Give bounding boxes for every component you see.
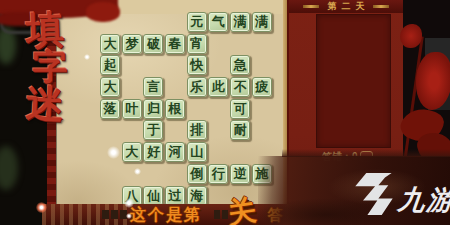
letter-tile[interactable]: 耐 xyxy=(230,120,250,140)
background-foliage-blob xyxy=(0,146,18,190)
letter-tile[interactable]: 满 xyxy=(252,12,272,32)
letter-tile[interactable]: 海 xyxy=(187,186,207,206)
letter-tile[interactable]: 宵 xyxy=(187,34,207,54)
sparkle xyxy=(134,168,141,175)
letter-tile[interactable]: 乐 xyxy=(187,77,207,97)
letter-tile[interactable]: 急 xyxy=(230,55,250,75)
game-screenshot: 填 字 迷 元气满满大梦破春宵起快急大言乐此不疲落叶归根可于排耐大好河山倒行逆施… xyxy=(0,0,450,225)
small-caption-glyphs xyxy=(214,210,220,219)
letter-tile[interactable]: 言 xyxy=(143,77,163,97)
small-caption-glyphs xyxy=(102,210,109,219)
letter-tile[interactable]: 过 xyxy=(165,186,185,206)
header-ornament-left xyxy=(303,5,319,8)
rose-flower-decoration xyxy=(416,52,450,110)
sparkle xyxy=(124,198,134,208)
letter-tile[interactable]: 破 xyxy=(143,34,163,54)
letter-tile[interactable]: 不 xyxy=(230,77,250,97)
letter-tile[interactable]: 落 xyxy=(100,99,120,119)
day-header: 第二天 xyxy=(289,0,403,13)
game-title-vertical: 填 字 迷 xyxy=(20,12,70,124)
letter-tile[interactable]: 快 xyxy=(187,55,207,75)
caption-lead-text: 这个是第 xyxy=(130,205,202,225)
letter-tile[interactable]: 排 xyxy=(187,120,207,140)
letter-tile[interactable]: 满 xyxy=(230,12,250,32)
jiuyou-9-logo-icon xyxy=(352,172,396,216)
letter-tile[interactable]: 河 xyxy=(165,142,185,162)
sparkle xyxy=(36,202,47,213)
letter-tile[interactable]: 元 xyxy=(187,12,207,32)
sparkle xyxy=(126,213,132,219)
letter-tile[interactable]: 大 xyxy=(122,142,142,162)
letter-tile[interactable]: 疲 xyxy=(252,77,272,97)
letter-tile[interactable]: 山 xyxy=(187,142,207,162)
title-char: 字 xyxy=(27,51,73,85)
letter-tile[interactable]: 大 xyxy=(100,34,120,54)
rose-bud-decoration xyxy=(400,24,422,48)
letter-tile[interactable]: 梦 xyxy=(122,34,142,54)
letter-tile[interactable]: 归 xyxy=(143,99,163,119)
answer-list-area xyxy=(316,14,391,148)
header-ornament-right xyxy=(373,5,389,8)
day-label: 第二天 xyxy=(323,0,370,13)
letter-tile[interactable]: 起 xyxy=(100,55,120,75)
sparkle xyxy=(84,54,90,60)
letter-tile[interactable]: 好 xyxy=(143,142,163,162)
letter-tile[interactable]: 此 xyxy=(208,77,228,97)
letter-tile[interactable]: 仙 xyxy=(143,186,163,206)
letter-tile[interactable]: 于 xyxy=(143,120,163,140)
title-char: 填 xyxy=(19,11,70,50)
letter-tile[interactable]: 可 xyxy=(230,99,250,119)
letter-tile[interactable]: 叶 xyxy=(122,99,142,119)
crossword-board: 元气满满大梦破春宵起快急大言乐此不疲落叶归根可于排耐大好河山倒行逆施八仙过海 xyxy=(100,12,274,207)
letter-tile[interactable]: 逆 xyxy=(230,164,250,184)
letter-tile[interactable]: 根 xyxy=(165,99,185,119)
letter-tile[interactable]: 气 xyxy=(208,12,228,32)
watermark-brand-text: 九游 xyxy=(396,182,450,218)
caption-big-char: 关 xyxy=(225,191,258,225)
blurred-watermark-band: 九游 xyxy=(258,156,450,225)
letter-tile[interactable]: 春 xyxy=(165,34,185,54)
letter-tile[interactable]: 行 xyxy=(208,164,228,184)
title-char: 迷 xyxy=(19,85,71,125)
sparkle xyxy=(107,146,120,159)
letter-tile[interactable]: 大 xyxy=(100,77,120,97)
letter-tile[interactable]: 倒 xyxy=(187,164,207,184)
